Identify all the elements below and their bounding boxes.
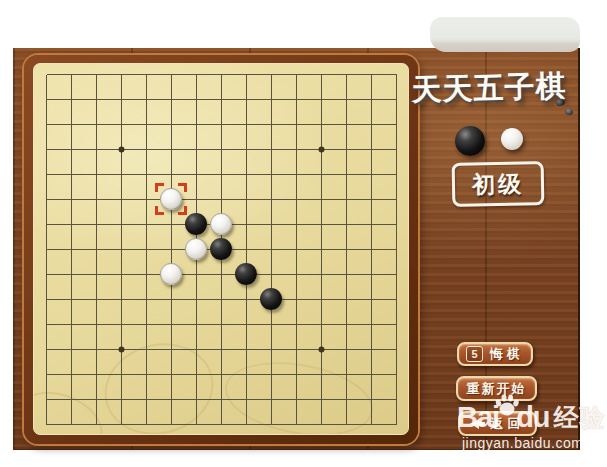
undo-count-badge: 5: [466, 346, 483, 362]
stone-black-c10r10: [260, 288, 282, 310]
stone-white-c7r8: [185, 238, 207, 260]
undo-button[interactable]: 5 悔棋: [457, 342, 533, 366]
board-frame: [24, 55, 418, 444]
last-move-marker-corner: [155, 206, 164, 215]
censored-logo-blob: [430, 17, 580, 52]
back-button-label: 返回: [491, 415, 525, 433]
last-move-marker-corner: [178, 183, 187, 192]
last-move-marker: [155, 183, 187, 215]
level-badge[interactable]: 初级: [452, 161, 545, 207]
last-move-marker-corner: [178, 206, 187, 215]
stone-white-c6r9: [160, 263, 182, 285]
undo-button-label: 悔棋: [490, 345, 524, 363]
game-title: 天天五子棋: [399, 66, 578, 112]
gomoku-board[interactable]: [33, 63, 409, 435]
last-move-marker-corner: [155, 183, 164, 192]
back-arrow-icon: [471, 419, 485, 429]
back-button[interactable]: 返回: [458, 411, 537, 436]
restart-button-label: 重新开始: [467, 380, 527, 398]
stones-layer: [34, 64, 409, 435]
stone-black-c8r8: [210, 238, 232, 260]
restart-button[interactable]: 重新开始: [456, 376, 537, 401]
stone-black-c9r9: [235, 263, 257, 285]
black-player-stone-indicator: [455, 126, 485, 156]
stone-white-c8r7: [210, 213, 232, 235]
white-player-stone-indicator: [501, 128, 523, 150]
level-label: 初级: [472, 168, 525, 200]
app-window: 天天五子棋 初级 5 悔棋 重新开始 返回 Bai: [0, 0, 607, 467]
stone-black-c7r7: [185, 213, 207, 235]
